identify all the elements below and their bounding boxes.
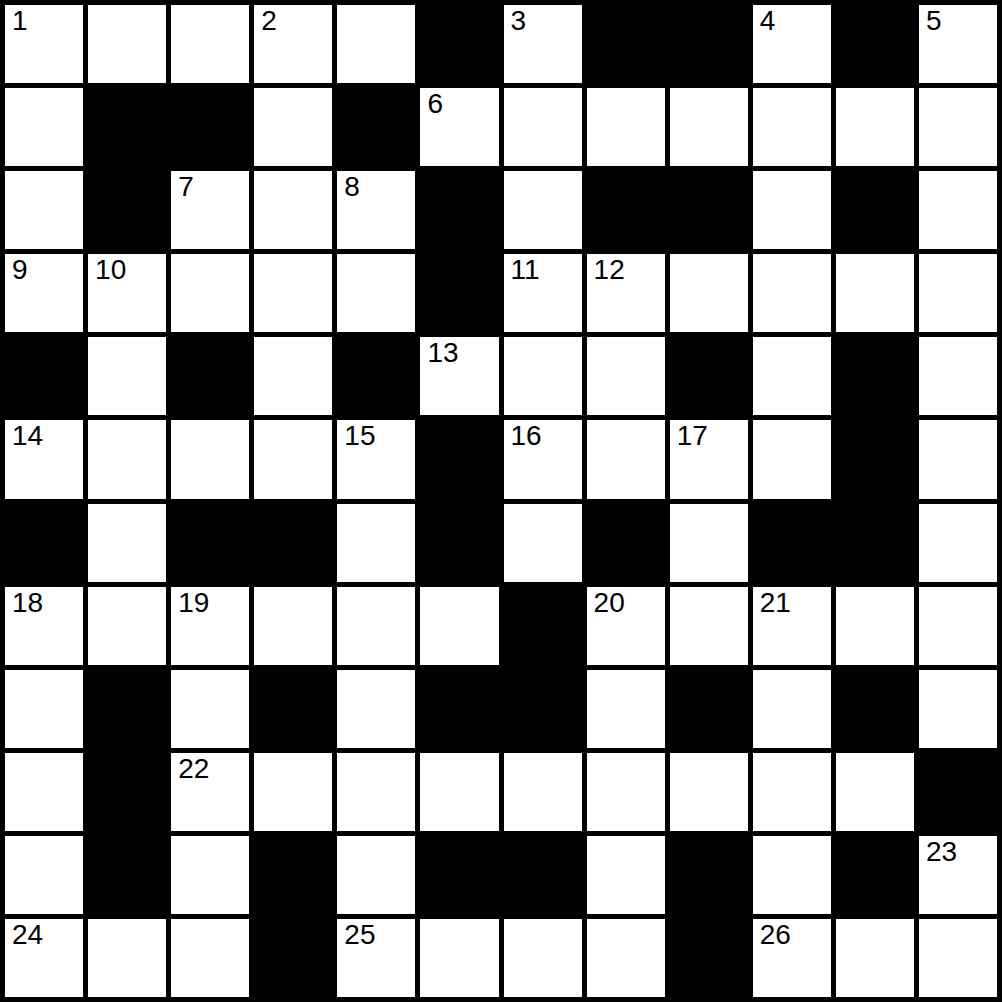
white-cell-r12c3[interactable] <box>171 919 249 997</box>
black-cell-r3c9 <box>670 171 748 249</box>
white-cell-r5c12[interactable] <box>919 337 997 415</box>
black-cell-r9c4 <box>254 670 332 748</box>
white-cell-r6c12[interactable] <box>919 420 997 498</box>
white-cell-r6c4[interactable] <box>254 420 332 498</box>
black-cell-r6c11 <box>836 420 914 498</box>
white-cell-r1c3[interactable] <box>171 5 249 83</box>
white-cell-r1c4[interactable]: 2 <box>254 5 332 83</box>
white-cell-r11c3[interactable] <box>171 836 249 914</box>
white-cell-r5c2[interactable] <box>88 337 166 415</box>
clue-number-22: 22 <box>178 754 209 783</box>
clue-number-12: 12 <box>594 255 625 284</box>
black-cell-r9c2 <box>88 670 166 748</box>
white-cell-r12c5[interactable]: 25 <box>337 919 415 997</box>
black-cell-r5c9 <box>670 337 748 415</box>
white-cell-r3c12[interactable] <box>919 171 997 249</box>
white-cell-r3c1[interactable] <box>5 171 83 249</box>
white-cell-r6c8[interactable] <box>587 420 665 498</box>
white-cell-r12c2[interactable] <box>88 919 166 997</box>
black-cell-r4c6 <box>420 254 498 332</box>
white-cell-r7c9[interactable] <box>670 504 748 582</box>
white-cell-r7c12[interactable] <box>919 504 997 582</box>
clue-number-26: 26 <box>760 920 791 949</box>
black-cell-r1c9 <box>670 5 748 83</box>
white-cell-r8c10[interactable]: 21 <box>753 587 831 665</box>
white-cell-r3c7[interactable] <box>504 171 582 249</box>
white-cell-r4c7[interactable]: 11 <box>504 254 582 332</box>
white-cell-r4c3[interactable] <box>171 254 249 332</box>
white-cell-r12c8[interactable] <box>587 919 665 997</box>
crossword-grid: 1234567891011121314151617181920212223242… <box>0 0 1002 1002</box>
black-cell-r9c9 <box>670 670 748 748</box>
black-cell-r2c2 <box>88 88 166 166</box>
white-cell-r10c1[interactable] <box>5 753 83 831</box>
white-cell-r11c12[interactable]: 23 <box>919 836 997 914</box>
white-cell-r2c8[interactable] <box>587 88 665 166</box>
black-cell-r7c3 <box>171 504 249 582</box>
white-cell-r1c10[interactable]: 4 <box>753 5 831 83</box>
clue-number-23: 23 <box>926 837 957 866</box>
black-cell-r10c12 <box>919 753 997 831</box>
white-cell-r9c5[interactable] <box>337 670 415 748</box>
black-cell-r2c5 <box>337 88 415 166</box>
white-cell-r5c10[interactable] <box>753 337 831 415</box>
white-cell-r5c4[interactable] <box>254 337 332 415</box>
white-cell-r6c7[interactable]: 16 <box>504 420 582 498</box>
black-cell-r11c11 <box>836 836 914 914</box>
white-cell-r6c10[interactable] <box>753 420 831 498</box>
white-cell-r11c8[interactable] <box>587 836 665 914</box>
white-cell-r5c6[interactable]: 13 <box>420 337 498 415</box>
white-cell-r6c9[interactable]: 17 <box>670 420 748 498</box>
white-cell-r8c3[interactable]: 19 <box>171 587 249 665</box>
white-cell-r4c5[interactable] <box>337 254 415 332</box>
black-cell-r11c7 <box>504 836 582 914</box>
white-cell-r5c8[interactable] <box>587 337 665 415</box>
black-cell-r5c11 <box>836 337 914 415</box>
clue-number-25: 25 <box>344 920 375 949</box>
white-cell-r1c7[interactable]: 3 <box>504 5 582 83</box>
white-cell-r8c2[interactable] <box>88 587 166 665</box>
clue-number-19: 19 <box>178 588 209 617</box>
black-cell-r7c10 <box>753 504 831 582</box>
white-cell-r8c4[interactable] <box>254 587 332 665</box>
black-cell-r6c6 <box>420 420 498 498</box>
black-cell-r7c11 <box>836 504 914 582</box>
black-cell-r11c4 <box>254 836 332 914</box>
white-cell-r4c2[interactable]: 10 <box>88 254 166 332</box>
white-cell-r3c5[interactable]: 8 <box>337 171 415 249</box>
clue-number-15: 15 <box>344 421 375 450</box>
black-cell-r8c7 <box>504 587 582 665</box>
white-cell-r12c11[interactable] <box>836 919 914 997</box>
white-cell-r10c9[interactable] <box>670 753 748 831</box>
clue-number-4: 4 <box>760 6 776 35</box>
clue-number-11: 11 <box>511 255 540 284</box>
white-cell-r11c1[interactable] <box>5 836 83 914</box>
white-cell-r2c10[interactable] <box>753 88 831 166</box>
white-cell-r8c5[interactable] <box>337 587 415 665</box>
white-cell-r8c12[interactable] <box>919 587 997 665</box>
black-cell-r3c8 <box>587 171 665 249</box>
clue-number-5: 5 <box>926 6 942 35</box>
white-cell-r10c4[interactable] <box>254 753 332 831</box>
clue-number-20: 20 <box>594 588 625 617</box>
white-cell-r3c4[interactable] <box>254 171 332 249</box>
white-cell-r2c7[interactable] <box>504 88 582 166</box>
clue-number-8: 8 <box>344 172 360 201</box>
white-cell-r1c12[interactable]: 5 <box>919 5 997 83</box>
black-cell-r12c4 <box>254 919 332 997</box>
white-cell-r12c12[interactable] <box>919 919 997 997</box>
white-cell-r4c12[interactable] <box>919 254 997 332</box>
clue-number-13: 13 <box>427 338 458 367</box>
black-cell-r5c3 <box>171 337 249 415</box>
black-cell-r10c2 <box>88 753 166 831</box>
black-cell-r3c11 <box>836 171 914 249</box>
white-cell-r9c10[interactable] <box>753 670 831 748</box>
white-cell-r1c5[interactable] <box>337 5 415 83</box>
white-cell-r2c12[interactable] <box>919 88 997 166</box>
white-cell-r12c1[interactable]: 24 <box>5 919 83 997</box>
clue-number-7: 7 <box>178 172 194 201</box>
white-cell-r4c8[interactable]: 12 <box>587 254 665 332</box>
black-cell-r1c11 <box>836 5 914 83</box>
white-cell-r12c7[interactable] <box>504 919 582 997</box>
black-cell-r9c7 <box>504 670 582 748</box>
white-cell-r4c4[interactable] <box>254 254 332 332</box>
clue-number-6: 6 <box>427 89 443 118</box>
white-cell-r5c7[interactable] <box>504 337 582 415</box>
clue-number-3: 3 <box>511 6 527 35</box>
white-cell-r1c2[interactable] <box>88 5 166 83</box>
black-cell-r11c6 <box>420 836 498 914</box>
white-cell-r10c3[interactable]: 22 <box>171 753 249 831</box>
white-cell-r7c7[interactable] <box>504 504 582 582</box>
white-cell-r3c3[interactable]: 7 <box>171 171 249 249</box>
white-cell-r4c9[interactable] <box>670 254 748 332</box>
black-cell-r9c11 <box>836 670 914 748</box>
white-cell-r10c11[interactable] <box>836 753 914 831</box>
white-cell-r4c1[interactable]: 9 <box>5 254 83 332</box>
black-cell-r1c6 <box>420 5 498 83</box>
white-cell-r10c10[interactable] <box>753 753 831 831</box>
black-cell-r5c1 <box>5 337 83 415</box>
white-cell-r2c1[interactable] <box>5 88 83 166</box>
black-cell-r11c2 <box>88 836 166 914</box>
white-cell-r6c1[interactable]: 14 <box>5 420 83 498</box>
clue-number-14: 14 <box>12 421 43 450</box>
clue-number-16: 16 <box>511 421 542 450</box>
clue-number-21: 21 <box>760 588 791 617</box>
black-cell-r3c6 <box>420 171 498 249</box>
white-cell-r3c10[interactable] <box>753 171 831 249</box>
white-cell-r11c5[interactable] <box>337 836 415 914</box>
black-cell-r7c8 <box>587 504 665 582</box>
black-cell-r2c3 <box>171 88 249 166</box>
white-cell-r4c11[interactable] <box>836 254 914 332</box>
black-cell-r11c9 <box>670 836 748 914</box>
white-cell-r7c5[interactable] <box>337 504 415 582</box>
white-cell-r8c8[interactable]: 20 <box>587 587 665 665</box>
white-cell-r9c12[interactable] <box>919 670 997 748</box>
clue-number-2: 2 <box>261 6 277 35</box>
white-cell-r4c10[interactable] <box>753 254 831 332</box>
clue-number-17: 17 <box>677 421 708 450</box>
white-cell-r11c10[interactable] <box>753 836 831 914</box>
clue-number-10: 10 <box>95 255 126 284</box>
white-cell-r9c1[interactable] <box>5 670 83 748</box>
white-cell-r8c1[interactable]: 18 <box>5 587 83 665</box>
black-cell-r7c6 <box>420 504 498 582</box>
white-cell-r10c5[interactable] <box>337 753 415 831</box>
black-cell-r9c6 <box>420 670 498 748</box>
white-cell-r12c6[interactable] <box>420 919 498 997</box>
black-cell-r7c1 <box>5 504 83 582</box>
white-cell-r2c11[interactable] <box>836 88 914 166</box>
clue-number-1: 1 <box>12 6 28 35</box>
white-cell-r12c10[interactable]: 26 <box>753 919 831 997</box>
white-cell-r1c1[interactable]: 1 <box>5 5 83 83</box>
clue-number-24: 24 <box>12 920 43 949</box>
black-cell-r5c5 <box>337 337 415 415</box>
white-cell-r6c5[interactable]: 15 <box>337 420 415 498</box>
white-cell-r10c8[interactable] <box>587 753 665 831</box>
white-cell-r10c7[interactable] <box>504 753 582 831</box>
white-cell-r9c3[interactable] <box>171 670 249 748</box>
white-cell-r2c4[interactable] <box>254 88 332 166</box>
black-cell-r7c4 <box>254 504 332 582</box>
white-cell-r2c9[interactable] <box>670 88 748 166</box>
white-cell-r9c8[interactable] <box>587 670 665 748</box>
black-cell-r1c8 <box>587 5 665 83</box>
white-cell-r2c6[interactable]: 6 <box>420 88 498 166</box>
clue-number-18: 18 <box>12 588 43 617</box>
white-cell-r7c2[interactable] <box>88 504 166 582</box>
white-cell-r8c11[interactable] <box>836 587 914 665</box>
black-cell-r12c9 <box>670 919 748 997</box>
white-cell-r8c9[interactable] <box>670 587 748 665</box>
black-cell-r3c2 <box>88 171 166 249</box>
clue-number-9: 9 <box>12 255 28 284</box>
white-cell-r6c2[interactable] <box>88 420 166 498</box>
white-cell-r8c6[interactable] <box>420 587 498 665</box>
white-cell-r6c3[interactable] <box>171 420 249 498</box>
white-cell-r10c6[interactable] <box>420 753 498 831</box>
